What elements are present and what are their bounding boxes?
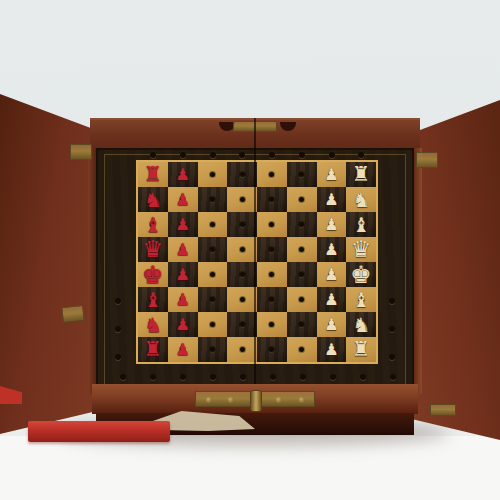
board-square[interactable]: ♟: [317, 162, 347, 187]
white-pawn[interactable]: ♟: [324, 267, 338, 283]
board-square[interactable]: [257, 287, 287, 312]
board-square[interactable]: ♟: [317, 337, 347, 362]
lid-hinge-right-bottom-icon: [430, 404, 456, 416]
white-pawn[interactable]: ♟: [324, 217, 338, 233]
board-square[interactable]: ♟: [317, 237, 347, 262]
peg-hole: [269, 247, 274, 252]
peg-hole: [210, 347, 215, 352]
peg-hole: [299, 222, 304, 227]
board-square[interactable]: [227, 237, 257, 262]
board-square[interactable]: [227, 287, 257, 312]
board-square[interactable]: ♝: [138, 212, 168, 237]
lid-hinge-left-bottom-icon: [61, 305, 85, 323]
red-pawn[interactable]: ♟: [175, 242, 189, 258]
peg-hole: [240, 197, 245, 202]
peg-hole: [269, 222, 274, 227]
board-square[interactable]: [257, 262, 287, 287]
board-square[interactable]: [257, 187, 287, 212]
board-square[interactable]: [227, 337, 257, 362]
red-bishop[interactable]: ♝: [144, 215, 162, 235]
border-peg-hole: [120, 374, 126, 380]
red-accessory-box: [28, 421, 170, 442]
white-king[interactable]: ♚: [350, 263, 372, 287]
border-peg-hole: [269, 152, 275, 158]
peg-hole: [210, 197, 215, 202]
border-peg-hole: [360, 374, 366, 380]
board-square[interactable]: ♟: [317, 187, 347, 212]
border-peg-hole: [389, 298, 395, 304]
peg-hole: [299, 272, 304, 277]
board-square[interactable]: [287, 187, 317, 212]
red-rook[interactable]: ♜: [143, 339, 162, 360]
red-pawn[interactable]: ♟: [175, 317, 189, 333]
red-pawn[interactable]: ♟: [175, 267, 189, 283]
border-peg-hole: [329, 152, 335, 158]
board-square[interactable]: [287, 337, 317, 362]
board-square[interactable]: [287, 312, 317, 337]
peg-hole: [210, 247, 215, 252]
border-peg-hole: [390, 374, 396, 380]
board-square[interactable]: ♟: [317, 262, 347, 287]
board-square[interactable]: ♝: [346, 287, 376, 312]
board-square[interactable]: [227, 312, 257, 337]
border-peg-hole: [330, 374, 336, 380]
board-square[interactable]: [198, 162, 228, 187]
border-peg-hole: [150, 152, 156, 158]
peg-hole: [299, 297, 304, 302]
board-square[interactable]: ♞: [138, 312, 168, 337]
board-square[interactable]: [287, 212, 317, 237]
peg-hole: [210, 297, 215, 302]
board-square[interactable]: [198, 212, 228, 237]
peg-hole: [299, 347, 304, 352]
board-square[interactable]: [227, 187, 257, 212]
peg-hole: [210, 172, 215, 177]
white-rook[interactable]: ♜: [352, 164, 371, 185]
board-square[interactable]: ♝: [138, 287, 168, 312]
peg-hole: [210, 272, 215, 277]
screw-icon: [276, 397, 282, 403]
screw-icon: [206, 397, 212, 403]
red-pawn[interactable]: ♟: [175, 217, 189, 233]
peg-hole: [269, 347, 274, 352]
border-peg-hole: [180, 374, 186, 380]
board-square[interactable]: ♟: [168, 312, 198, 337]
peg-hole: [299, 322, 304, 327]
peg-hole: [240, 247, 245, 252]
white-pawn[interactable]: ♟: [324, 317, 338, 333]
board-square[interactable]: ♜: [138, 337, 168, 362]
board-square[interactable]: ♚: [138, 262, 168, 287]
board-square[interactable]: [198, 262, 228, 287]
peg-hole: [210, 322, 215, 327]
white-pawn[interactable]: ♟: [324, 342, 338, 358]
border-peg-hole: [150, 374, 156, 380]
peg-hole: [240, 347, 245, 352]
red-queen[interactable]: ♛: [143, 238, 164, 261]
board-square[interactable]: ♟: [168, 187, 198, 212]
peg-hole: [269, 172, 274, 177]
white-bishop[interactable]: ♝: [352, 215, 370, 235]
board-square[interactable]: ♟: [168, 262, 198, 287]
peg-hole: [240, 272, 245, 277]
lid-hinge-left-top-icon: [70, 144, 92, 160]
red-king[interactable]: ♚: [142, 263, 164, 287]
board-square[interactable]: [227, 212, 257, 237]
border-peg-hole: [115, 326, 121, 332]
white-rook[interactable]: ♜: [352, 339, 371, 360]
peg-hole: [210, 222, 215, 227]
peg-hole: [240, 297, 245, 302]
peg-hole: [240, 222, 245, 227]
red-knight[interactable]: ♞: [144, 315, 162, 335]
travel-chess-set-photo: ♜♟♟♜♞♟♟♞♝♟♟♝♛♟♟♛♚♟♟♚♝♟♟♝♞♟♟♞♜♟♟♜: [0, 0, 500, 500]
board-square[interactable]: [198, 312, 228, 337]
peg-hole: [240, 172, 245, 177]
board-square[interactable]: ♞: [346, 312, 376, 337]
lid-hinge-right-top-icon: [416, 152, 438, 168]
border-peg-hole: [299, 152, 305, 158]
red-bishop[interactable]: ♝: [144, 290, 162, 310]
board-square[interactable]: ♞: [346, 187, 376, 212]
border-peg-hole: [240, 374, 246, 380]
screw-icon: [299, 397, 305, 403]
board-square[interactable]: [198, 337, 228, 362]
board-square[interactable]: ♟: [317, 287, 347, 312]
peg-hole: [269, 297, 274, 302]
white-knight[interactable]: ♞: [352, 190, 370, 210]
red-pawn[interactable]: ♟: [175, 167, 189, 183]
peg-hole: [269, 197, 274, 202]
white-bishop[interactable]: ♝: [352, 290, 370, 310]
board-square[interactable]: [287, 287, 317, 312]
board-square[interactable]: [227, 162, 257, 187]
thumb-notch-right: [280, 122, 296, 131]
peg-hole: [269, 272, 274, 277]
board-square[interactable]: ♟: [168, 337, 198, 362]
board-square[interactable]: [257, 237, 287, 262]
board-square[interactable]: ♚: [346, 262, 376, 287]
red-knight[interactable]: ♞: [144, 190, 162, 210]
board-square[interactable]: ♜: [346, 162, 376, 187]
border-peg-hole: [389, 354, 395, 360]
white-pawn[interactable]: ♟: [324, 242, 338, 258]
red-rook[interactable]: ♜: [143, 164, 162, 185]
board-square[interactable]: [257, 337, 287, 362]
hinge-knuckle-icon: [250, 390, 262, 412]
border-peg-hole: [389, 326, 395, 332]
board-square[interactable]: ♟: [168, 162, 198, 187]
board-square[interactable]: ♟: [317, 312, 347, 337]
board-square[interactable]: [227, 262, 257, 287]
screw-icon: [228, 397, 234, 403]
board-square[interactable]: [287, 262, 317, 287]
border-peg-hole: [115, 354, 121, 360]
board-square[interactable]: [287, 162, 317, 187]
board-square[interactable]: [287, 237, 317, 262]
border-peg-hole: [300, 374, 306, 380]
white-pawn[interactable]: ♟: [324, 167, 338, 183]
border-peg-hole: [180, 152, 186, 158]
white-pawn[interactable]: ♟: [324, 292, 338, 308]
border-peg-hole: [210, 374, 216, 380]
white-pawn[interactable]: ♟: [324, 192, 338, 208]
red-pawn[interactable]: ♟: [175, 342, 189, 358]
border-peg-hole: [210, 152, 216, 158]
board-square[interactable]: ♟: [168, 287, 198, 312]
playing-area: ♜♟♟♜♞♟♟♞♝♟♟♝♛♟♟♛♚♟♟♚♝♟♟♝♞♟♟♞♜♟♟♜: [136, 160, 378, 364]
board-square[interactable]: ♜: [346, 337, 376, 362]
peg-hole: [240, 322, 245, 327]
peg-hole: [299, 247, 304, 252]
white-knight[interactable]: ♞: [352, 315, 370, 335]
board-square[interactable]: ♟: [168, 237, 198, 262]
border-peg-hole: [115, 298, 121, 304]
red-pawn[interactable]: ♟: [175, 192, 189, 208]
board-square[interactable]: ♟: [317, 212, 347, 237]
board-square[interactable]: [257, 312, 287, 337]
board-square[interactable]: ♞: [138, 187, 168, 212]
peg-hole: [299, 172, 304, 177]
board-square[interactable]: [198, 287, 228, 312]
peg-hole: [269, 322, 274, 327]
border-peg-hole: [270, 374, 276, 380]
board-square[interactable]: ♜: [138, 162, 168, 187]
brass-hinge-bottom-icon: [195, 391, 315, 407]
board-square[interactable]: ♛: [346, 237, 376, 262]
board-square[interactable]: ♛: [138, 237, 168, 262]
board-square[interactable]: [257, 212, 287, 237]
board-square[interactable]: ♝: [346, 212, 376, 237]
peg-hole: [299, 197, 304, 202]
board-square[interactable]: [198, 187, 228, 212]
board-square[interactable]: ♟: [168, 212, 198, 237]
red-pawn[interactable]: ♟: [175, 292, 189, 308]
white-queen[interactable]: ♛: [351, 238, 372, 261]
board-square[interactable]: [198, 237, 228, 262]
board-square[interactable]: [257, 162, 287, 187]
